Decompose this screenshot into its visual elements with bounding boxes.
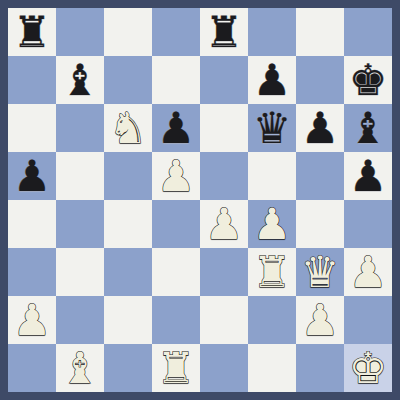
square-c1[interactable] bbox=[104, 344, 152, 392]
square-a6[interactable] bbox=[8, 104, 56, 152]
square-g1[interactable] bbox=[296, 344, 344, 392]
white-bishop-piece[interactable]: ♝ bbox=[61, 344, 100, 392]
square-f7[interactable]: ♟ bbox=[248, 56, 296, 104]
white-pawn-piece[interactable]: ♟ bbox=[205, 200, 244, 248]
square-h6[interactable]: ♝ bbox=[344, 104, 392, 152]
square-e5[interactable] bbox=[200, 152, 248, 200]
black-bishop-piece[interactable]: ♝ bbox=[349, 104, 388, 152]
square-h4[interactable] bbox=[344, 200, 392, 248]
square-a3[interactable] bbox=[8, 248, 56, 296]
white-pawn-piece[interactable]: ♟ bbox=[349, 248, 388, 296]
white-rook-piece[interactable]: ♜ bbox=[157, 344, 196, 392]
square-g7[interactable] bbox=[296, 56, 344, 104]
square-c5[interactable] bbox=[104, 152, 152, 200]
square-f6[interactable]: ♛ bbox=[248, 104, 296, 152]
square-c8[interactable] bbox=[104, 8, 152, 56]
black-pawn-piece[interactable]: ♟ bbox=[301, 104, 340, 152]
square-e4[interactable]: ♟ bbox=[200, 200, 248, 248]
square-a5[interactable]: ♟ bbox=[8, 152, 56, 200]
black-pawn-piece[interactable]: ♟ bbox=[157, 104, 196, 152]
square-c7[interactable] bbox=[104, 56, 152, 104]
square-f2[interactable] bbox=[248, 296, 296, 344]
square-g3[interactable]: ♛ bbox=[296, 248, 344, 296]
square-b5[interactable] bbox=[56, 152, 104, 200]
square-a8[interactable]: ♜ bbox=[8, 8, 56, 56]
square-f5[interactable] bbox=[248, 152, 296, 200]
square-b4[interactable] bbox=[56, 200, 104, 248]
square-b7[interactable]: ♝ bbox=[56, 56, 104, 104]
square-c4[interactable] bbox=[104, 200, 152, 248]
square-g6[interactable]: ♟ bbox=[296, 104, 344, 152]
square-e2[interactable] bbox=[200, 296, 248, 344]
square-c2[interactable] bbox=[104, 296, 152, 344]
white-knight-piece[interactable]: ♞ bbox=[109, 104, 148, 152]
white-king-piece[interactable]: ♚ bbox=[349, 344, 388, 392]
square-h7[interactable]: ♚ bbox=[344, 56, 392, 104]
square-b1[interactable]: ♝ bbox=[56, 344, 104, 392]
square-f1[interactable] bbox=[248, 344, 296, 392]
black-king-piece[interactable]: ♚ bbox=[349, 56, 388, 104]
black-rook-piece[interactable]: ♜ bbox=[13, 8, 52, 56]
square-g2[interactable]: ♟ bbox=[296, 296, 344, 344]
chess-board: ♜♜♝♟♚♞♟♛♟♝♟♟♟♟♟♜♛♟♟♟♝♜♚ bbox=[0, 0, 400, 400]
square-h2[interactable] bbox=[344, 296, 392, 344]
square-e3[interactable] bbox=[200, 248, 248, 296]
square-a1[interactable] bbox=[8, 344, 56, 392]
square-a4[interactable] bbox=[8, 200, 56, 248]
square-h8[interactable] bbox=[344, 8, 392, 56]
black-rook-piece[interactable]: ♜ bbox=[205, 8, 244, 56]
square-e6[interactable] bbox=[200, 104, 248, 152]
square-d2[interactable] bbox=[152, 296, 200, 344]
square-b3[interactable] bbox=[56, 248, 104, 296]
white-pawn-piece[interactable]: ♟ bbox=[157, 152, 196, 200]
square-f4[interactable]: ♟ bbox=[248, 200, 296, 248]
square-f3[interactable]: ♜ bbox=[248, 248, 296, 296]
square-b2[interactable] bbox=[56, 296, 104, 344]
black-queen-piece[interactable]: ♛ bbox=[253, 104, 292, 152]
white-pawn-piece[interactable]: ♟ bbox=[13, 296, 52, 344]
square-h5[interactable]: ♟ bbox=[344, 152, 392, 200]
square-b6[interactable] bbox=[56, 104, 104, 152]
square-d1[interactable]: ♜ bbox=[152, 344, 200, 392]
black-pawn-piece[interactable]: ♟ bbox=[349, 152, 388, 200]
square-e1[interactable] bbox=[200, 344, 248, 392]
square-d8[interactable] bbox=[152, 8, 200, 56]
black-pawn-piece[interactable]: ♟ bbox=[13, 152, 52, 200]
square-f8[interactable] bbox=[248, 8, 296, 56]
square-e7[interactable] bbox=[200, 56, 248, 104]
black-pawn-piece[interactable]: ♟ bbox=[253, 56, 292, 104]
white-rook-piece[interactable]: ♜ bbox=[253, 248, 292, 296]
square-c6[interactable]: ♞ bbox=[104, 104, 152, 152]
square-e8[interactable]: ♜ bbox=[200, 8, 248, 56]
square-g5[interactable] bbox=[296, 152, 344, 200]
square-d7[interactable] bbox=[152, 56, 200, 104]
white-pawn-piece[interactable]: ♟ bbox=[253, 200, 292, 248]
square-b8[interactable] bbox=[56, 8, 104, 56]
square-h3[interactable]: ♟ bbox=[344, 248, 392, 296]
white-queen-piece[interactable]: ♛ bbox=[301, 248, 340, 296]
square-a7[interactable] bbox=[8, 56, 56, 104]
square-d6[interactable]: ♟ bbox=[152, 104, 200, 152]
square-g4[interactable] bbox=[296, 200, 344, 248]
square-d5[interactable]: ♟ bbox=[152, 152, 200, 200]
white-pawn-piece[interactable]: ♟ bbox=[301, 296, 340, 344]
black-bishop-piece[interactable]: ♝ bbox=[61, 56, 100, 104]
square-d3[interactable] bbox=[152, 248, 200, 296]
square-a2[interactable]: ♟ bbox=[8, 296, 56, 344]
square-h1[interactable]: ♚ bbox=[344, 344, 392, 392]
square-c3[interactable] bbox=[104, 248, 152, 296]
square-g8[interactable] bbox=[296, 8, 344, 56]
square-d4[interactable] bbox=[152, 200, 200, 248]
